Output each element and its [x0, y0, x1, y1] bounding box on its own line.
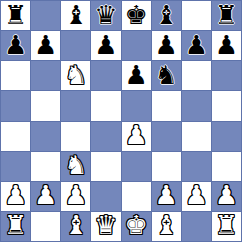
piece-black-rook[interactable]: ♜ — [4, 2, 27, 28]
piece-black-pawn[interactable]: ♟ — [4, 32, 27, 58]
piece-black-knight[interactable]: ♞ — [155, 62, 178, 88]
square-b8[interactable] — [31, 1, 60, 30]
square-f6[interactable]: ♞ — [152, 61, 181, 90]
square-f7[interactable]: ♟ — [152, 31, 181, 60]
piece-white-pawn[interactable]: ♟ — [64, 182, 87, 208]
square-f4[interactable] — [152, 122, 181, 151]
square-d6[interactable] — [91, 61, 120, 90]
piece-white-pawn[interactable]: ♟ — [124, 122, 147, 148]
square-b4[interactable] — [31, 122, 60, 151]
square-f3[interactable] — [152, 152, 181, 181]
chess-board-container: ♜♝♛♚♝♜♟♟♟♟♟♟♞♟♞♟♞♟♟♟♟♟♟♜♝♛♚♝♜ — [0, 0, 242, 242]
square-d7[interactable]: ♟ — [91, 31, 120, 60]
piece-black-queen[interactable]: ♛ — [94, 2, 117, 28]
piece-black-pawn[interactable]: ♟ — [185, 32, 208, 58]
square-g1[interactable] — [182, 212, 211, 241]
piece-white-queen[interactable]: ♛ — [94, 212, 117, 238]
square-g7[interactable]: ♟ — [182, 31, 211, 60]
square-h5[interactable] — [212, 91, 241, 120]
chess-board: ♜♝♛♚♝♜♟♟♟♟♟♟♞♟♞♟♞♟♟♟♟♟♟♜♝♛♚♝♜ — [0, 0, 242, 242]
piece-black-pawn[interactable]: ♟ — [124, 62, 147, 88]
piece-white-pawn[interactable]: ♟ — [215, 182, 238, 208]
piece-white-pawn[interactable]: ♟ — [185, 182, 208, 208]
square-g4[interactable] — [182, 122, 211, 151]
piece-black-pawn[interactable]: ♟ — [94, 32, 117, 58]
square-e3[interactable] — [122, 152, 151, 181]
piece-white-knight[interactable]: ♞ — [64, 62, 87, 88]
square-a2[interactable]: ♟ — [1, 182, 30, 211]
square-e1[interactable]: ♚ — [122, 212, 151, 241]
square-a3[interactable] — [1, 152, 30, 181]
square-a1[interactable]: ♜ — [1, 212, 30, 241]
square-h3[interactable] — [212, 152, 241, 181]
square-a7[interactable]: ♟ — [1, 31, 30, 60]
square-a8[interactable]: ♜ — [1, 1, 30, 30]
piece-white-pawn[interactable]: ♟ — [155, 182, 178, 208]
square-e5[interactable] — [122, 91, 151, 120]
square-e7[interactable] — [122, 31, 151, 60]
square-g5[interactable] — [182, 91, 211, 120]
square-d2[interactable] — [91, 182, 120, 211]
square-h6[interactable] — [212, 61, 241, 90]
square-a6[interactable] — [1, 61, 30, 90]
square-b7[interactable]: ♟ — [31, 31, 60, 60]
square-d8[interactable]: ♛ — [91, 1, 120, 30]
square-g6[interactable] — [182, 61, 211, 90]
square-h8[interactable]: ♜ — [212, 1, 241, 30]
piece-black-rook[interactable]: ♜ — [215, 2, 238, 28]
piece-white-bishop[interactable]: ♝ — [64, 212, 87, 238]
square-g8[interactable] — [182, 1, 211, 30]
square-f5[interactable] — [152, 91, 181, 120]
piece-white-rook[interactable]: ♜ — [4, 212, 27, 238]
square-c6[interactable]: ♞ — [61, 61, 90, 90]
square-c3[interactable]: ♞ — [61, 152, 90, 181]
square-d5[interactable] — [91, 91, 120, 120]
piece-black-bishop[interactable]: ♝ — [64, 2, 87, 28]
piece-white-knight[interactable]: ♞ — [64, 152, 87, 178]
square-h1[interactable]: ♜ — [212, 212, 241, 241]
square-c5[interactable] — [61, 91, 90, 120]
piece-black-pawn[interactable]: ♟ — [34, 32, 57, 58]
piece-black-pawn[interactable]: ♟ — [155, 32, 178, 58]
piece-white-rook[interactable]: ♜ — [215, 212, 238, 238]
square-b1[interactable] — [31, 212, 60, 241]
piece-black-king[interactable]: ♚ — [124, 2, 147, 28]
piece-white-pawn[interactable]: ♟ — [34, 182, 57, 208]
square-c1[interactable]: ♝ — [61, 212, 90, 241]
piece-white-king[interactable]: ♚ — [124, 212, 147, 238]
square-e8[interactable]: ♚ — [122, 1, 151, 30]
piece-black-pawn[interactable]: ♟ — [215, 32, 238, 58]
square-f8[interactable]: ♝ — [152, 1, 181, 30]
square-b2[interactable]: ♟ — [31, 182, 60, 211]
square-h7[interactable]: ♟ — [212, 31, 241, 60]
square-h4[interactable] — [212, 122, 241, 151]
square-f2[interactable]: ♟ — [152, 182, 181, 211]
square-b5[interactable] — [31, 91, 60, 120]
square-a4[interactable] — [1, 122, 30, 151]
square-g3[interactable] — [182, 152, 211, 181]
square-e2[interactable] — [122, 182, 151, 211]
square-f1[interactable]: ♝ — [152, 212, 181, 241]
piece-black-bishop[interactable]: ♝ — [155, 2, 178, 28]
square-c2[interactable]: ♟ — [61, 182, 90, 211]
square-e6[interactable]: ♟ — [122, 61, 151, 90]
square-b3[interactable] — [31, 152, 60, 181]
square-d4[interactable] — [91, 122, 120, 151]
square-h2[interactable]: ♟ — [212, 182, 241, 211]
square-c7[interactable] — [61, 31, 90, 60]
square-a5[interactable] — [1, 91, 30, 120]
piece-white-bishop[interactable]: ♝ — [155, 212, 178, 238]
square-c8[interactable]: ♝ — [61, 1, 90, 30]
square-c4[interactable] — [61, 122, 90, 151]
square-g2[interactable]: ♟ — [182, 182, 211, 211]
square-e4[interactable]: ♟ — [122, 122, 151, 151]
square-b6[interactable] — [31, 61, 60, 90]
square-d1[interactable]: ♛ — [91, 212, 120, 241]
piece-white-pawn[interactable]: ♟ — [4, 182, 27, 208]
square-d3[interactable] — [91, 152, 120, 181]
